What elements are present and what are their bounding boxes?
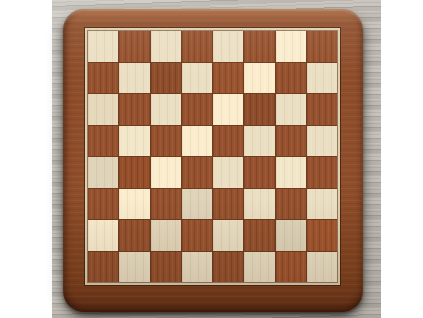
square-h2 [307,220,337,251]
square-f7 [244,63,274,94]
square-f1 [244,252,274,283]
square-g2 [276,220,306,251]
chessboard-grid [88,31,337,282]
square-e2 [213,220,243,251]
square-d2 [182,220,212,251]
square-h1 [307,252,337,283]
square-d5 [182,126,212,157]
square-d1 [182,252,212,283]
square-c5 [151,126,181,157]
square-e3 [213,189,243,220]
square-e7 [213,63,243,94]
square-h4 [307,157,337,188]
square-d8 [182,31,212,62]
square-c3 [151,189,181,220]
square-c4 [151,157,181,188]
square-b7 [119,63,149,94]
square-d6 [182,94,212,125]
playfield-inlay-border [85,28,340,285]
square-c8 [151,31,181,62]
square-a1 [88,252,118,283]
square-f4 [244,157,274,188]
square-c2 [151,220,181,251]
square-a4 [88,157,118,188]
square-b3 [119,189,149,220]
square-e5 [213,126,243,157]
square-g5 [276,126,306,157]
square-c1 [151,252,181,283]
square-c7 [151,63,181,94]
square-f3 [244,189,274,220]
square-d7 [182,63,212,94]
square-a2 [88,220,118,251]
square-g6 [276,94,306,125]
wood-table-background [52,0,381,318]
square-e6 [213,94,243,125]
square-g7 [276,63,306,94]
square-h7 [307,63,337,94]
square-h6 [307,94,337,125]
square-a3 [88,189,118,220]
square-f6 [244,94,274,125]
square-f5 [244,126,274,157]
square-d4 [182,157,212,188]
square-g1 [276,252,306,283]
square-f2 [244,220,274,251]
square-a8 [88,31,118,62]
square-d3 [182,189,212,220]
square-c6 [151,94,181,125]
square-g8 [276,31,306,62]
square-h3 [307,189,337,220]
square-b6 [119,94,149,125]
square-b4 [119,157,149,188]
square-b1 [119,252,149,283]
square-f8 [244,31,274,62]
square-b5 [119,126,149,157]
square-a7 [88,63,118,94]
square-h8 [307,31,337,62]
square-a6 [88,94,118,125]
square-e4 [213,157,243,188]
square-e1 [213,252,243,283]
square-h5 [307,126,337,157]
square-g4 [276,157,306,188]
square-b8 [119,31,149,62]
square-b2 [119,220,149,251]
chessboard [63,9,363,312]
square-g3 [276,189,306,220]
square-a5 [88,126,118,157]
square-e8 [213,31,243,62]
